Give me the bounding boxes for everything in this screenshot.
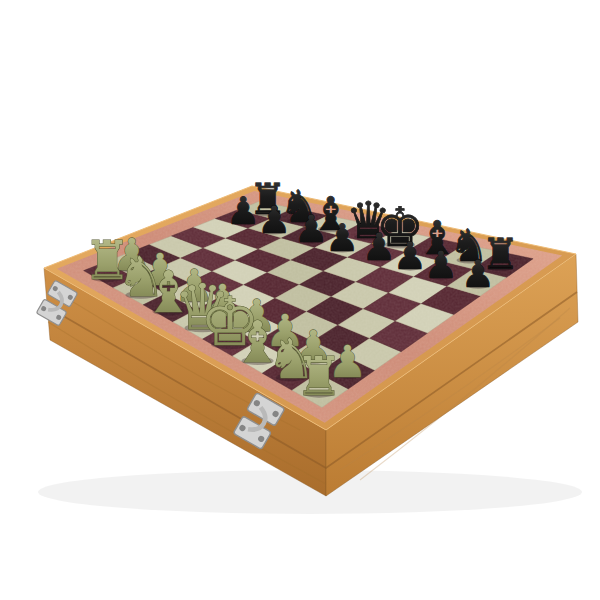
piece-black-pawn[interactable]: ♟ xyxy=(294,207,328,251)
chess-set-photo: ♜♞♝♛♚♝♞♜♟♟♟♟♟♟♟♟♟♟♟♟♟♟♟♟♜♞♝♛♚♝♞♜ xyxy=(0,0,600,600)
chess-set-scene: ♜♞♝♛♚♝♞♜♟♟♟♟♟♟♟♟♟♟♟♟♟♟♟♟♜♞♝♛♚♝♞♜ xyxy=(0,0,600,600)
piece-black-pawn[interactable]: ♟ xyxy=(461,252,495,296)
piece-black-pawn[interactable]: ♟ xyxy=(362,225,396,269)
piece-black-pawn[interactable]: ♟ xyxy=(325,216,359,260)
piece-black-pawn[interactable]: ♟ xyxy=(393,234,427,278)
piece-white-rook[interactable]: ♜ xyxy=(295,346,343,408)
piece-black-pawn[interactable]: ♟ xyxy=(257,198,291,242)
piece-black-pawn[interactable]: ♟ xyxy=(226,189,260,233)
piece-black-pawn[interactable]: ♟ xyxy=(424,243,458,287)
